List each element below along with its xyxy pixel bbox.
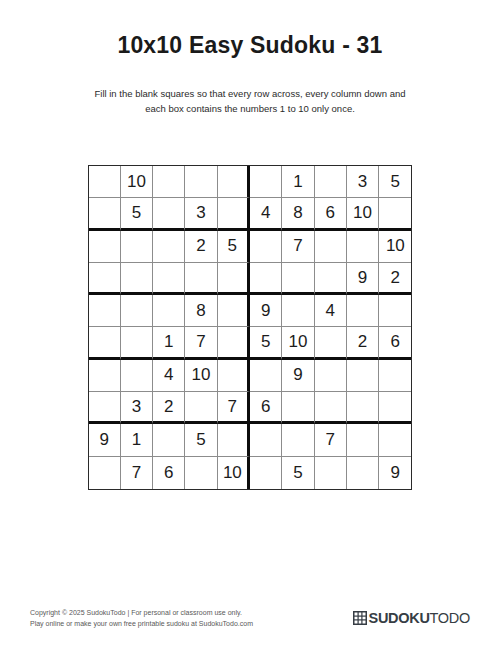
cell-r8c2: 3 [121,392,153,424]
cell-r3c10: 10 [379,231,411,263]
cell-r7c8[interactable] [315,360,347,392]
cell-r5c1[interactable] [89,295,121,327]
cell-r7c3: 4 [153,360,185,392]
cell-r10c6[interactable] [250,457,282,489]
cell-r7c4: 10 [185,360,217,392]
cell-r5c3[interactable] [153,295,185,327]
cell-r9c6[interactable] [250,424,282,456]
cell-r3c1[interactable] [89,231,121,263]
cell-r8c1[interactable] [89,392,121,424]
cell-r6c2[interactable] [121,327,153,359]
cell-r9c8: 7 [315,424,347,456]
cell-r6c10: 6 [379,327,411,359]
cell-r1c2: 10 [121,166,153,198]
cell-r6c5[interactable] [218,327,250,359]
cell-r2c4: 3 [185,198,217,230]
cell-r4c4[interactable] [185,263,217,295]
cell-r3c5: 5 [218,231,250,263]
cell-r5c10[interactable] [379,295,411,327]
instructions-line-2: each box contains the numbers 1 to 10 on… [145,103,355,114]
cell-r4c2[interactable] [121,263,153,295]
cell-r2c1[interactable] [89,198,121,230]
cell-r2c6: 4 [250,198,282,230]
cell-r9c10[interactable] [379,424,411,456]
cell-r4c10: 2 [379,263,411,295]
cell-r4c6[interactable] [250,263,282,295]
cell-r5c6: 9 [250,295,282,327]
cell-r7c7: 9 [282,360,314,392]
cell-r3c6[interactable] [250,231,282,263]
cell-r10c8[interactable] [315,457,347,489]
cell-r5c9[interactable] [347,295,379,327]
cell-r2c7: 8 [282,198,314,230]
page-title: 10x10 Easy Sudoku - 31 [0,32,500,59]
cell-r10c4[interactable] [185,457,217,489]
cell-r1c10: 5 [379,166,411,198]
sudoku-grid: 1013553486102571092894175102641093276915… [88,165,413,490]
cell-r5c7[interactable] [282,295,314,327]
footer: Copyright © 2025 SudokuTodo | For person… [0,607,500,629]
cell-r4c5[interactable] [218,263,250,295]
cell-r4c7[interactable] [282,263,314,295]
cell-r2c9: 10 [347,198,379,230]
cell-r9c2: 1 [121,424,153,456]
cell-r3c7: 7 [282,231,314,263]
cell-r9c5[interactable] [218,424,250,456]
cell-r8c9[interactable] [347,392,379,424]
cell-r1c4[interactable] [185,166,217,198]
cell-r6c3: 1 [153,327,185,359]
cell-r1c5[interactable] [218,166,250,198]
cell-r3c3[interactable] [153,231,185,263]
cell-r8c7[interactable] [282,392,314,424]
cell-r6c7: 10 [282,327,314,359]
cell-r8c3: 2 [153,392,185,424]
cell-r3c9[interactable] [347,231,379,263]
cell-r6c9: 2 [347,327,379,359]
cell-r3c4: 2 [185,231,217,263]
cell-r1c3[interactable] [153,166,185,198]
cell-r10c5: 10 [218,457,250,489]
cell-r4c9: 9 [347,263,379,295]
cell-r9c3[interactable] [153,424,185,456]
cell-r7c6[interactable] [250,360,282,392]
cell-r5c8: 4 [315,295,347,327]
cell-r9c4: 5 [185,424,217,456]
cell-r3c8[interactable] [315,231,347,263]
instructions-line-1: Fill in the blank squares so that every … [94,88,405,99]
cell-r3c2[interactable] [121,231,153,263]
cell-r7c2[interactable] [121,360,153,392]
logo-text: SUDOKUTODO [369,610,470,626]
logo-text-bold: SUDOKU [369,610,430,626]
cell-r6c6: 5 [250,327,282,359]
cell-r2c5[interactable] [218,198,250,230]
cell-r4c3[interactable] [153,263,185,295]
copyright-line-2: Play online or make your own free printa… [30,620,253,627]
cell-r8c8[interactable] [315,392,347,424]
grid-icon [353,611,367,625]
cell-r8c6: 6 [250,392,282,424]
cell-r6c1[interactable] [89,327,121,359]
grid-container: 1013553486102571092894175102641093276915… [0,165,500,490]
instructions: Fill in the blank squares so that every … [0,87,500,116]
cell-r7c10[interactable] [379,360,411,392]
cell-r1c7: 1 [282,166,314,198]
cell-r10c3: 6 [153,457,185,489]
cell-r10c1[interactable] [89,457,121,489]
cell-r6c4: 7 [185,327,217,359]
cell-r2c3[interactable] [153,198,185,230]
cell-r9c1: 9 [89,424,121,456]
cell-r9c9[interactable] [347,424,379,456]
cell-r7c1[interactable] [89,360,121,392]
cell-r8c10[interactable] [379,392,411,424]
cell-r2c2: 5 [121,198,153,230]
cell-r8c4[interactable] [185,392,217,424]
cell-r1c1[interactable] [89,166,121,198]
cell-r6c8[interactable] [315,327,347,359]
copyright-line-1: Copyright © 2025 SudokuTodo | For person… [30,609,242,616]
cell-r7c9[interactable] [347,360,379,392]
cell-r1c9: 3 [347,166,379,198]
cell-r10c9[interactable] [347,457,379,489]
cell-r5c4: 8 [185,295,217,327]
cell-r9c7[interactable] [282,424,314,456]
cell-r4c8[interactable] [315,263,347,295]
cell-r1c6[interactable] [250,166,282,198]
cell-r2c8: 6 [315,198,347,230]
cell-r4c1[interactable] [89,263,121,295]
sudokutodo-logo: SUDOKUTODO [353,610,470,626]
cell-r10c7: 5 [282,457,314,489]
cell-r5c5[interactable] [218,295,250,327]
cell-r10c2: 7 [121,457,153,489]
cell-r10c10: 9 [379,457,411,489]
cell-r5c2[interactable] [121,295,153,327]
cell-r8c5: 7 [218,392,250,424]
logo-text-light: TODO [430,610,470,626]
copyright-text: Copyright © 2025 SudokuTodo | For person… [30,607,253,629]
cell-r2c10[interactable] [379,198,411,230]
cell-r1c8[interactable] [315,166,347,198]
cell-r7c5[interactable] [218,360,250,392]
